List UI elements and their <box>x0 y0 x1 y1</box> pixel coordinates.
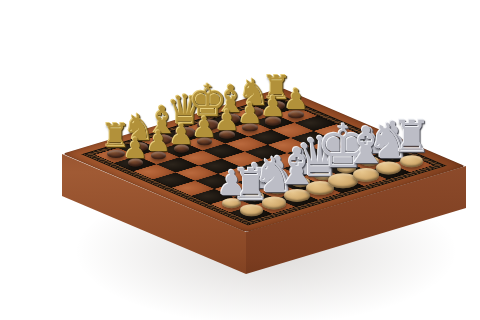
piece-base <box>242 124 258 132</box>
piece-base <box>265 117 281 125</box>
piece-base <box>128 159 144 167</box>
piece-base <box>151 152 167 160</box>
rook-glyph: ♜ <box>392 117 432 158</box>
piece-base <box>174 145 190 153</box>
piece-base <box>288 110 304 118</box>
piece-base <box>400 156 423 168</box>
piece-silver-rook[interactable]: ♜ <box>397 117 427 168</box>
piece-gold-pawn[interactable]: ♟ <box>281 86 311 118</box>
piece-base <box>219 131 235 139</box>
pawn-glyph: ♟ <box>283 86 309 112</box>
chess-set-photo: ♜♞♝♛♚♝♞♜♟♟♟♟♟♟♟♟♟♟♟♟♟♟♟♟♜♞♝♛♚♝♞♜ <box>0 0 480 320</box>
piece-base <box>197 138 213 146</box>
pieces-layer: ♜♞♝♛♚♝♞♜♟♟♟♟♟♟♟♟♟♟♟♟♟♟♟♟♜♞♝♛♚♝♞♜ <box>0 0 480 320</box>
